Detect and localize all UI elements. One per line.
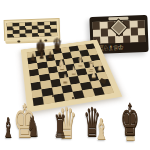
white-knight[interactable]: ♞ [58, 57, 66, 71]
white-pawn[interactable]: ♟ [91, 69, 97, 79]
black-rook-display: ♜ [53, 112, 66, 141]
black-pawn[interactable]: ♟ [30, 53, 35, 63]
white-pawn[interactable]: ♟ [98, 62, 103, 72]
black-pawn[interactable]: ♟ [48, 50, 53, 60]
square-f1[interactable] [82, 88, 94, 97]
square-h1[interactable] [102, 85, 114, 94]
black-knight-display: ♞ [27, 113, 39, 141]
black-bishop-display: ♝ [2, 115, 14, 141]
black-pieces-row: ♟♝♞♜♛♚ [0, 99, 149, 141]
square-e4[interactable]: ♟ [67, 70, 78, 78]
square-d5[interactable]: ♞ [56, 65, 67, 73]
black-bishop[interactable]: ♝ [38, 47, 46, 61]
white-pawn[interactable]: ♟ [63, 74, 69, 85]
white-bishop[interactable]: ♝ [76, 53, 84, 68]
black-queen-display: ♛ [83, 103, 100, 141]
board-grid: ♚♛♟♝♟♞♝♟♜♟♟♟ [27, 43, 114, 106]
black-queen[interactable]: ♛ [53, 35, 63, 53]
black-king-display: ♚ [120, 99, 139, 141]
product-photo: ♙♖♘♗♕♔ ♚♛♟♝♟♞♝♟♜♟♟♟ ♚♛♝♞♜♟ ♟♝♞♜♛♚ [0, 0, 150, 150]
hinge-dot-icon [52, 95, 54, 97]
white-pawn[interactable]: ♟ [70, 66, 75, 76]
